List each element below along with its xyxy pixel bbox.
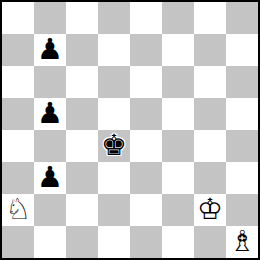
square-f5[interactable] <box>162 98 194 130</box>
square-b8[interactable] <box>34 2 66 34</box>
square-b4[interactable] <box>34 130 66 162</box>
square-h2[interactable] <box>226 194 258 226</box>
square-h7[interactable] <box>226 34 258 66</box>
square-a5[interactable] <box>2 98 34 130</box>
square-a4[interactable] <box>2 130 34 162</box>
black-king: ♚ <box>101 131 127 160</box>
square-d3[interactable] <box>98 162 130 194</box>
square-g2[interactable]: ♔ <box>194 194 226 226</box>
square-b3[interactable]: ♟ <box>34 162 66 194</box>
square-d4[interactable]: ♚ <box>98 130 130 162</box>
square-f1[interactable] <box>162 226 194 258</box>
square-c6[interactable] <box>66 66 98 98</box>
square-h1[interactable]: ♗ <box>226 226 258 258</box>
square-f2[interactable] <box>162 194 194 226</box>
square-e2[interactable] <box>130 194 162 226</box>
square-g8[interactable] <box>194 2 226 34</box>
square-c7[interactable] <box>66 34 98 66</box>
square-e1[interactable] <box>130 226 162 258</box>
square-e7[interactable] <box>130 34 162 66</box>
square-c3[interactable] <box>66 162 98 194</box>
square-c2[interactable] <box>66 194 98 226</box>
white-bishop: ♗ <box>229 227 255 256</box>
square-d1[interactable] <box>98 226 130 258</box>
white-king: ♔ <box>197 195 223 224</box>
square-b6[interactable] <box>34 66 66 98</box>
square-e5[interactable] <box>130 98 162 130</box>
square-h3[interactable] <box>226 162 258 194</box>
square-a6[interactable] <box>2 66 34 98</box>
square-d6[interactable] <box>98 66 130 98</box>
square-c5[interactable] <box>66 98 98 130</box>
square-g6[interactable] <box>194 66 226 98</box>
square-a3[interactable] <box>2 162 34 194</box>
square-h6[interactable] <box>226 66 258 98</box>
chess-board: ♟♟♚♟♘♔♗ <box>0 0 260 260</box>
square-a1[interactable] <box>2 226 34 258</box>
square-e3[interactable] <box>130 162 162 194</box>
square-g4[interactable] <box>194 130 226 162</box>
square-b2[interactable] <box>34 194 66 226</box>
square-b5[interactable]: ♟ <box>34 98 66 130</box>
square-g7[interactable] <box>194 34 226 66</box>
square-f7[interactable] <box>162 34 194 66</box>
square-e4[interactable] <box>130 130 162 162</box>
square-f8[interactable] <box>162 2 194 34</box>
white-knight: ♘ <box>5 195 31 224</box>
square-f6[interactable] <box>162 66 194 98</box>
square-e6[interactable] <box>130 66 162 98</box>
square-c4[interactable] <box>66 130 98 162</box>
black-pawn: ♟ <box>37 163 63 192</box>
square-c8[interactable] <box>66 2 98 34</box>
square-d5[interactable] <box>98 98 130 130</box>
square-d8[interactable] <box>98 2 130 34</box>
black-pawn: ♟ <box>37 35 63 64</box>
square-g1[interactable] <box>194 226 226 258</box>
black-pawn: ♟ <box>37 99 63 128</box>
square-h5[interactable] <box>226 98 258 130</box>
square-f4[interactable] <box>162 130 194 162</box>
square-h4[interactable] <box>226 130 258 162</box>
square-a7[interactable] <box>2 34 34 66</box>
square-h8[interactable] <box>226 2 258 34</box>
square-b1[interactable] <box>34 226 66 258</box>
square-e8[interactable] <box>130 2 162 34</box>
square-a2[interactable]: ♘ <box>2 194 34 226</box>
square-d2[interactable] <box>98 194 130 226</box>
square-g5[interactable] <box>194 98 226 130</box>
square-f3[interactable] <box>162 162 194 194</box>
square-c1[interactable] <box>66 226 98 258</box>
square-a8[interactable] <box>2 2 34 34</box>
square-d7[interactable] <box>98 34 130 66</box>
square-b7[interactable]: ♟ <box>34 34 66 66</box>
square-g3[interactable] <box>194 162 226 194</box>
